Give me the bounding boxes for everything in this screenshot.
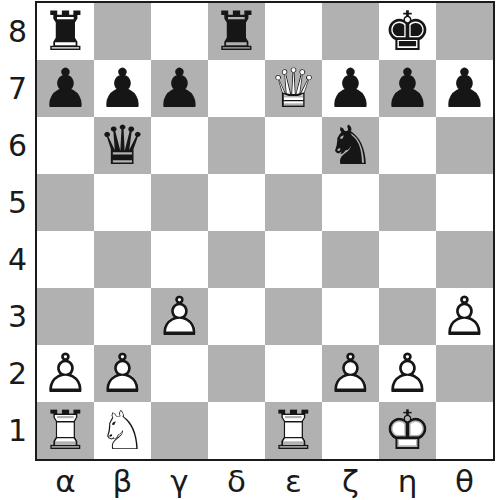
square-e4[interactable] [265,231,322,288]
corner-spacer [0,461,35,500]
square-d7[interactable] [208,60,265,117]
white-knight[interactable]: ♞♘ [94,402,151,459]
rank-label-2: 2 [8,356,27,391]
white-rook-outline: ♖ [265,402,322,459]
square-d4[interactable] [208,231,265,288]
white-pawn[interactable]: ♟♙ [379,345,436,402]
square-g6[interactable] [379,117,436,174]
square-h6[interactable] [436,117,493,174]
square-b1[interactable]: ♞♘ [94,402,151,459]
square-b3[interactable] [94,288,151,345]
white-king-outline: ♔ [379,402,436,459]
square-a5[interactable] [37,174,94,231]
square-h8[interactable] [436,3,493,60]
square-a6[interactable] [37,117,94,174]
square-f7[interactable]: ♟ [322,60,379,117]
square-f8[interactable] [322,3,379,60]
rank-label-6: 6 [8,128,27,163]
square-c7[interactable]: ♟ [151,60,208,117]
square-b6[interactable]: ♛ [94,117,151,174]
black-king[interactable]: ♚ [379,3,436,60]
square-d8[interactable]: ♜ [208,3,265,60]
square-c6[interactable] [151,117,208,174]
file-label-d: δ [227,463,246,499]
square-e7[interactable]: ♛♕ [265,60,322,117]
white-pawn-outline: ♙ [322,345,379,402]
square-e2[interactable] [265,345,322,402]
black-pawn[interactable]: ♟ [436,60,493,117]
square-h4[interactable] [436,231,493,288]
white-queen[interactable]: ♛♕ [265,60,322,117]
white-pawn-outline: ♙ [94,345,151,402]
file-label-c: γ [170,463,188,499]
square-a3[interactable] [37,288,94,345]
rank-label-3: 3 [8,299,27,334]
board-layout: 87654321 ♜♜♚♟♟♟♛♕♟♟♟♛♞♟♙♟♙♟♙♟♙♟♙♟♙♜♖♞♘♜♖… [0,1,495,500]
square-c2[interactable] [151,345,208,402]
square-e6[interactable] [265,117,322,174]
rank-label-7: 7 [8,71,27,106]
black-pawn[interactable]: ♟ [379,60,436,117]
square-f1[interactable] [322,402,379,459]
square-d1[interactable] [208,402,265,459]
white-pawn-outline: ♙ [37,345,94,402]
square-g4[interactable] [379,231,436,288]
square-f2[interactable]: ♟♙ [322,345,379,402]
rank-label-5: 5 [8,185,27,220]
square-g7[interactable]: ♟ [379,60,436,117]
square-a7[interactable]: ♟ [37,60,94,117]
square-h2[interactable] [436,345,493,402]
white-pawn[interactable]: ♟♙ [436,288,493,345]
square-c5[interactable] [151,174,208,231]
file-labels: αβγδεζηθ [35,461,495,500]
square-h7[interactable]: ♟ [436,60,493,117]
white-pawn[interactable]: ♟♙ [151,288,208,345]
square-b8[interactable] [94,3,151,60]
square-e1[interactable]: ♜♖ [265,402,322,459]
square-e5[interactable] [265,174,322,231]
square-g1[interactable]: ♚♔ [379,402,436,459]
square-a8[interactable]: ♜ [37,3,94,60]
square-h3[interactable]: ♟♙ [436,288,493,345]
square-h1[interactable] [436,402,493,459]
black-rook[interactable]: ♜ [37,3,94,60]
white-pawn[interactable]: ♟♙ [37,345,94,402]
square-f3[interactable] [322,288,379,345]
square-d6[interactable] [208,117,265,174]
square-c1[interactable] [151,402,208,459]
square-a1[interactable]: ♜♖ [37,402,94,459]
square-d5[interactable] [208,174,265,231]
square-g5[interactable] [379,174,436,231]
square-b5[interactable] [94,174,151,231]
white-pawn[interactable]: ♟♙ [94,345,151,402]
square-b2[interactable]: ♟♙ [94,345,151,402]
rank-label-8: 8 [8,14,27,49]
black-pawn[interactable]: ♟ [37,60,94,117]
white-rook-outline: ♖ [37,402,94,459]
square-g8[interactable]: ♚ [379,3,436,60]
black-pawn[interactable]: ♟ [94,60,151,117]
file-label-g: η [398,463,418,499]
file-label-b: β [113,463,133,499]
square-e8[interactable] [265,3,322,60]
square-b4[interactable] [94,231,151,288]
square-f4[interactable] [322,231,379,288]
white-knight-outline: ♘ [94,402,151,459]
black-queen[interactable]: ♛ [94,117,151,174]
white-pawn-outline: ♙ [151,288,208,345]
white-pawn-outline: ♙ [379,345,436,402]
chess-diagram: 87654321 ♜♜♚♟♟♟♛♕♟♟♟♛♞♟♙♟♙♟♙♟♙♟♙♟♙♜♖♞♘♜♖… [0,0,500,500]
file-label-e: ε [285,463,302,499]
square-g2[interactable]: ♟♙ [379,345,436,402]
square-b7[interactable]: ♟ [94,60,151,117]
square-e3[interactable] [265,288,322,345]
square-f6[interactable]: ♞ [322,117,379,174]
white-queen-outline: ♕ [265,60,322,117]
white-rook[interactable]: ♜♖ [37,402,94,459]
rank-label-4: 4 [8,242,27,277]
square-a2[interactable]: ♟♙ [37,345,94,402]
chess-board: ♜♜♚♟♟♟♛♕♟♟♟♛♞♟♙♟♙♟♙♟♙♟♙♟♙♜♖♞♘♜♖♚♔ [35,1,495,461]
square-f5[interactable] [322,174,379,231]
black-knight[interactable]: ♞ [322,117,379,174]
square-g3[interactable] [379,288,436,345]
square-d3[interactable] [208,288,265,345]
black-pawn[interactable]: ♟ [322,60,379,117]
file-label-a: α [55,463,75,499]
black-rook[interactable]: ♜ [208,3,265,60]
white-king[interactable]: ♚♔ [379,402,436,459]
file-label-h: θ [455,463,474,499]
square-d2[interactable] [208,345,265,402]
square-c3[interactable]: ♟♙ [151,288,208,345]
rank-label-1: 1 [8,413,27,448]
file-label-f: ζ [342,463,359,499]
rank-labels: 87654321 [0,1,35,461]
white-pawn[interactable]: ♟♙ [322,345,379,402]
black-pawn[interactable]: ♟ [151,60,208,117]
square-c8[interactable] [151,3,208,60]
square-h5[interactable] [436,174,493,231]
white-pawn-outline: ♙ [436,288,493,345]
white-rook[interactable]: ♜♖ [265,402,322,459]
square-c4[interactable] [151,231,208,288]
square-a4[interactable] [37,231,94,288]
